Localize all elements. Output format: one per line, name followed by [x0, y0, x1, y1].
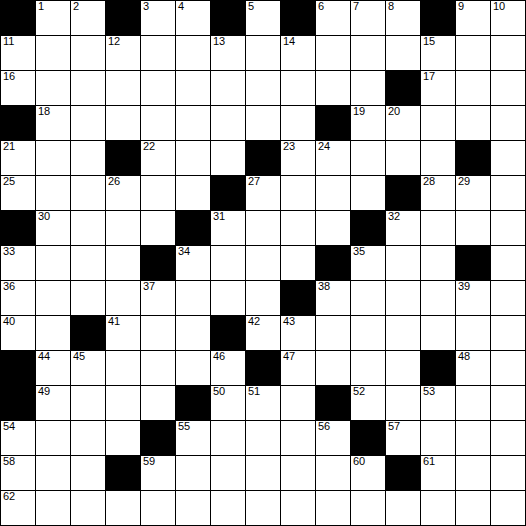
cell-r8c13[interactable]: 39	[456, 281, 490, 315]
black-square	[421, 1, 455, 35]
cell-r5c9[interactable]	[316, 176, 350, 210]
cell-r12c5[interactable]: 55	[176, 421, 210, 455]
clue-number: 31	[213, 211, 225, 223]
clue-number: 48	[458, 351, 470, 363]
cell-r14c9[interactable]	[316, 491, 350, 525]
cell-r6c13[interactable]	[456, 211, 490, 245]
cell-r2c14[interactable]	[491, 71, 525, 105]
black-square	[211, 316, 245, 350]
cell-r1c6[interactable]: 13	[211, 36, 245, 70]
cell-r14c4[interactable]	[141, 491, 175, 525]
clue-number: 46	[213, 351, 225, 363]
cell-r1c0[interactable]: 11	[1, 36, 35, 70]
cell-r11c6[interactable]: 50	[211, 386, 245, 420]
clue-number: 61	[423, 456, 435, 468]
cell-r10c8[interactable]: 47	[281, 351, 315, 385]
cell-r6c8[interactable]	[281, 211, 315, 245]
clue-number: 42	[248, 316, 260, 328]
cell-r14c13[interactable]	[456, 491, 490, 525]
cell-r4c4[interactable]: 22	[141, 141, 175, 175]
cell-r11c2[interactable]	[71, 386, 105, 420]
cell-r3c13[interactable]	[456, 106, 490, 140]
cell-r11c7[interactable]: 51	[246, 386, 280, 420]
cell-r9c14[interactable]	[491, 316, 525, 350]
cell-r1c9[interactable]	[316, 36, 350, 70]
clue-number: 5	[248, 1, 254, 13]
cell-r13c10[interactable]: 60	[351, 456, 385, 490]
cell-r2c7[interactable]	[246, 71, 280, 105]
black-square	[386, 71, 420, 105]
black-square	[71, 316, 105, 350]
cell-r10c6[interactable]: 46	[211, 351, 245, 385]
cell-r4c2[interactable]	[71, 141, 105, 175]
clue-number: 6	[318, 1, 324, 13]
black-square	[421, 351, 455, 385]
clue-number: 17	[423, 71, 435, 83]
clue-number: 50	[213, 386, 225, 398]
cell-r12c11[interactable]: 57	[386, 421, 420, 455]
clue-number: 38	[318, 281, 330, 293]
cell-r0c13[interactable]: 9	[456, 1, 490, 35]
cell-r12c12[interactable]	[421, 421, 455, 455]
cell-r14c1[interactable]	[36, 491, 70, 525]
clue-number: 24	[318, 141, 330, 153]
black-square	[246, 141, 280, 175]
cell-r14c6[interactable]	[211, 491, 245, 525]
clue-number: 12	[108, 36, 120, 48]
cell-r1c2[interactable]	[71, 36, 105, 70]
cell-r5c10[interactable]	[351, 176, 385, 210]
cell-r8c11[interactable]	[386, 281, 420, 315]
cell-r5c8[interactable]	[281, 176, 315, 210]
cell-r14c14[interactable]	[491, 491, 525, 525]
clue-number: 51	[248, 386, 260, 398]
clue-number: 8	[388, 1, 394, 13]
cell-r13c6[interactable]	[211, 456, 245, 490]
black-square	[316, 106, 350, 140]
black-square	[176, 211, 210, 245]
black-square	[176, 386, 210, 420]
cell-r5c2[interactable]	[71, 176, 105, 210]
clue-number: 21	[3, 141, 15, 153]
cell-r12c2[interactable]	[71, 421, 105, 455]
cell-r1c8[interactable]: 14	[281, 36, 315, 70]
cell-r11c14[interactable]	[491, 386, 525, 420]
cell-r13c8[interactable]	[281, 456, 315, 490]
cell-r5c3[interactable]: 26	[106, 176, 140, 210]
cell-r9c1[interactable]	[36, 316, 70, 350]
cell-r7c0[interactable]: 33	[1, 246, 35, 280]
clue-number: 27	[248, 176, 260, 188]
clue-number: 36	[3, 281, 15, 293]
clue-number: 49	[38, 386, 50, 398]
cell-r2c4[interactable]	[141, 71, 175, 105]
cell-r6c9[interactable]	[316, 211, 350, 245]
cell-r1c5[interactable]	[176, 36, 210, 70]
cell-r0c4[interactable]: 3	[141, 1, 175, 35]
cell-r13c13[interactable]	[456, 456, 490, 490]
cell-r5c7[interactable]: 27	[246, 176, 280, 210]
cell-r12c14[interactable]	[491, 421, 525, 455]
clue-number: 32	[388, 211, 400, 223]
cell-r13c12[interactable]: 61	[421, 456, 455, 490]
clue-number: 30	[38, 211, 50, 223]
clue-number: 33	[3, 246, 15, 258]
cell-r14c7[interactable]	[246, 491, 280, 525]
cell-r6c1[interactable]: 30	[36, 211, 70, 245]
cell-r1c14[interactable]	[491, 36, 525, 70]
clue-number: 41	[108, 316, 120, 328]
clue-number: 9	[458, 1, 464, 13]
clue-number: 45	[73, 351, 85, 363]
cell-r5c0[interactable]: 25	[1, 176, 35, 210]
cell-r12c7[interactable]	[246, 421, 280, 455]
cell-r3c2[interactable]	[71, 106, 105, 140]
clue-number: 1	[38, 1, 44, 13]
clue-number: 22	[143, 141, 155, 153]
cell-r4c6[interactable]	[211, 141, 245, 175]
crossword-board: 1234567891011121314151617181920212223242…	[0, 0, 526, 526]
black-square	[316, 246, 350, 280]
cell-r1c4[interactable]	[141, 36, 175, 70]
cell-r5c13[interactable]: 29	[456, 176, 490, 210]
cell-r10c4[interactable]	[141, 351, 175, 385]
cell-r2c12[interactable]: 17	[421, 71, 455, 105]
cell-r10c5[interactable]	[176, 351, 210, 385]
black-square	[141, 246, 175, 280]
cell-r11c1[interactable]: 49	[36, 386, 70, 420]
cell-r0c11[interactable]: 8	[386, 1, 420, 35]
cell-r9c0[interactable]: 40	[1, 316, 35, 350]
cell-r8c12[interactable]	[421, 281, 455, 315]
clue-number: 25	[3, 176, 15, 188]
cell-r8c2[interactable]	[71, 281, 105, 315]
cell-r14c5[interactable]	[176, 491, 210, 525]
cell-r3c14[interactable]	[491, 106, 525, 140]
black-square	[316, 386, 350, 420]
cell-r9c13[interactable]	[456, 316, 490, 350]
cell-r7c2[interactable]	[71, 246, 105, 280]
cell-r14c11[interactable]	[386, 491, 420, 525]
clue-number: 35	[353, 246, 365, 258]
cell-r9c5[interactable]	[176, 316, 210, 350]
black-square	[386, 456, 420, 490]
cell-r9c8[interactable]: 43	[281, 316, 315, 350]
cell-r7c6[interactable]	[211, 246, 245, 280]
cell-r1c13[interactable]	[456, 36, 490, 70]
cell-r7c7[interactable]	[246, 246, 280, 280]
cell-r1c10[interactable]	[351, 36, 385, 70]
black-square	[106, 456, 140, 490]
cell-r4c9[interactable]: 24	[316, 141, 350, 175]
cell-r4c1[interactable]	[36, 141, 70, 175]
cell-r2c10[interactable]	[351, 71, 385, 105]
cell-r10c11[interactable]	[386, 351, 420, 385]
cell-r2c3[interactable]	[106, 71, 140, 105]
cell-r14c8[interactable]	[281, 491, 315, 525]
clue-number: 26	[108, 176, 120, 188]
cell-r6c12[interactable]	[421, 211, 455, 245]
cell-r14c3[interactable]	[106, 491, 140, 525]
cell-r9c3[interactable]: 41	[106, 316, 140, 350]
clue-number: 10	[493, 1, 505, 13]
cell-r8c10[interactable]	[351, 281, 385, 315]
cell-r5c1[interactable]	[36, 176, 70, 210]
cell-r6c4[interactable]	[141, 211, 175, 245]
cell-r13c9[interactable]	[316, 456, 350, 490]
cell-r10c13[interactable]: 48	[456, 351, 490, 385]
cell-r0c7[interactable]: 5	[246, 1, 280, 35]
clue-number: 47	[283, 351, 295, 363]
black-square	[1, 211, 35, 245]
cell-r7c11[interactable]	[386, 246, 420, 280]
cell-r7c10[interactable]: 35	[351, 246, 385, 280]
clue-number: 53	[423, 386, 435, 398]
cell-r12c1[interactable]	[36, 421, 70, 455]
clue-number: 52	[353, 386, 365, 398]
cell-r3c12[interactable]	[421, 106, 455, 140]
cell-r8c14[interactable]	[491, 281, 525, 315]
black-square	[141, 421, 175, 455]
clue-number: 40	[3, 316, 15, 328]
cell-r7c14[interactable]	[491, 246, 525, 280]
cell-r7c12[interactable]	[421, 246, 455, 280]
cell-r2c8[interactable]	[281, 71, 315, 105]
cell-r2c6[interactable]	[211, 71, 245, 105]
cell-r8c0[interactable]: 36	[1, 281, 35, 315]
black-square	[1, 386, 35, 420]
cell-r8c5[interactable]	[176, 281, 210, 315]
cell-r8c4[interactable]: 37	[141, 281, 175, 315]
cell-r3c8[interactable]	[281, 106, 315, 140]
cell-r13c2[interactable]	[71, 456, 105, 490]
black-square	[106, 141, 140, 175]
cell-r1c12[interactable]: 15	[421, 36, 455, 70]
cell-r3c11[interactable]: 20	[386, 106, 420, 140]
cell-r4c0[interactable]: 21	[1, 141, 35, 175]
cell-r8c1[interactable]	[36, 281, 70, 315]
clue-number: 37	[143, 281, 155, 293]
cell-r2c9[interactable]	[316, 71, 350, 105]
cell-r0c14[interactable]: 10	[491, 1, 525, 35]
cell-r3c10[interactable]: 19	[351, 106, 385, 140]
cell-r10c14[interactable]	[491, 351, 525, 385]
cell-r5c4[interactable]	[141, 176, 175, 210]
clue-number: 56	[318, 421, 330, 433]
cell-r10c1[interactable]: 44	[36, 351, 70, 385]
black-square	[386, 176, 420, 210]
clue-number: 60	[353, 456, 365, 468]
cell-r8c3[interactable]	[106, 281, 140, 315]
cell-r12c3[interactable]	[106, 421, 140, 455]
cell-r10c2[interactable]: 45	[71, 351, 105, 385]
black-square	[106, 1, 140, 35]
cell-r3c6[interactable]	[211, 106, 245, 140]
cell-r2c1[interactable]	[36, 71, 70, 105]
cell-r10c9[interactable]	[316, 351, 350, 385]
cell-r6c6[interactable]: 31	[211, 211, 245, 245]
clue-number: 43	[283, 316, 295, 328]
cell-r10c10[interactable]	[351, 351, 385, 385]
black-square	[246, 351, 280, 385]
black-square	[351, 421, 385, 455]
cell-r12c13[interactable]	[456, 421, 490, 455]
clue-number: 16	[3, 71, 15, 83]
cell-r11c12[interactable]: 53	[421, 386, 455, 420]
cell-r14c0[interactable]: 62	[1, 491, 35, 525]
black-square	[281, 281, 315, 315]
cell-r1c3[interactable]: 12	[106, 36, 140, 70]
clue-number: 28	[423, 176, 435, 188]
cell-r3c1[interactable]: 18	[36, 106, 70, 140]
black-square	[1, 351, 35, 385]
cell-r1c11[interactable]	[386, 36, 420, 70]
cell-r13c0[interactable]: 58	[1, 456, 35, 490]
cell-r5c12[interactable]: 28	[421, 176, 455, 210]
clue-number: 57	[388, 421, 400, 433]
black-square	[281, 1, 315, 35]
black-square	[351, 211, 385, 245]
black-square	[211, 176, 245, 210]
cell-r9c12[interactable]	[421, 316, 455, 350]
cell-r0c10[interactable]: 7	[351, 1, 385, 35]
black-square	[1, 106, 35, 140]
cell-r12c0[interactable]: 54	[1, 421, 35, 455]
cell-r6c2[interactable]	[71, 211, 105, 245]
cell-r3c5[interactable]	[176, 106, 210, 140]
cell-r4c12[interactable]	[421, 141, 455, 175]
cell-r2c2[interactable]	[71, 71, 105, 105]
cell-r13c5[interactable]	[176, 456, 210, 490]
cell-r11c3[interactable]	[106, 386, 140, 420]
clue-number: 44	[38, 351, 50, 363]
cell-r4c8[interactable]: 23	[281, 141, 315, 175]
black-square	[1, 1, 35, 35]
clue-number: 3	[143, 1, 149, 13]
cell-r11c10[interactable]: 52	[351, 386, 385, 420]
cell-r13c7[interactable]	[246, 456, 280, 490]
cell-r3c4[interactable]	[141, 106, 175, 140]
cell-r0c1[interactable]: 1	[36, 1, 70, 35]
cell-r4c11[interactable]	[386, 141, 420, 175]
cell-r4c5[interactable]	[176, 141, 210, 175]
cell-r4c14[interactable]	[491, 141, 525, 175]
clue-number: 34	[178, 246, 190, 258]
clue-number: 58	[3, 456, 15, 468]
clue-number: 23	[283, 141, 295, 153]
clue-number: 2	[73, 1, 79, 13]
clue-number: 14	[283, 36, 295, 48]
cell-r13c4[interactable]: 59	[141, 456, 175, 490]
cell-r8c6[interactable]	[211, 281, 245, 315]
clue-number: 4	[178, 1, 184, 13]
cell-r12c9[interactable]: 56	[316, 421, 350, 455]
clue-number: 11	[3, 36, 14, 48]
clue-number: 62	[3, 491, 15, 503]
cell-r0c2[interactable]: 2	[71, 1, 105, 35]
cell-r4c10[interactable]	[351, 141, 385, 175]
cell-r13c1[interactable]	[36, 456, 70, 490]
cell-r0c5[interactable]: 4	[176, 1, 210, 35]
clue-number: 15	[423, 36, 435, 48]
cell-r9c9[interactable]	[316, 316, 350, 350]
cell-r1c7[interactable]	[246, 36, 280, 70]
cell-r13c14[interactable]	[491, 456, 525, 490]
clue-number: 55	[178, 421, 190, 433]
cell-r8c7[interactable]	[246, 281, 280, 315]
cell-r10c3[interactable]	[106, 351, 140, 385]
black-square	[456, 141, 490, 175]
cell-r2c13[interactable]	[456, 71, 490, 105]
cell-r7c8[interactable]	[281, 246, 315, 280]
clue-number: 18	[38, 106, 50, 118]
black-square	[456, 246, 490, 280]
cell-r12c6[interactable]	[211, 421, 245, 455]
cell-r11c4[interactable]	[141, 386, 175, 420]
cell-r9c7[interactable]: 42	[246, 316, 280, 350]
cell-r5c14[interactable]	[491, 176, 525, 210]
cell-r12c8[interactable]	[281, 421, 315, 455]
clue-number: 20	[388, 106, 400, 118]
cell-r0c9[interactable]: 6	[316, 1, 350, 35]
cell-r6c7[interactable]	[246, 211, 280, 245]
cell-r2c0[interactable]: 16	[1, 71, 35, 105]
cell-r2c5[interactable]	[176, 71, 210, 105]
clue-number: 59	[143, 456, 155, 468]
cell-r3c7[interactable]	[246, 106, 280, 140]
clue-number: 54	[3, 421, 15, 433]
cell-r14c10[interactable]	[351, 491, 385, 525]
cell-r11c13[interactable]	[456, 386, 490, 420]
clue-number: 29	[458, 176, 470, 188]
cell-r3c3[interactable]	[106, 106, 140, 140]
cell-r7c5[interactable]: 34	[176, 246, 210, 280]
cell-r11c11[interactable]	[386, 386, 420, 420]
clue-number: 13	[213, 36, 225, 48]
black-square	[211, 1, 245, 35]
cell-r11c8[interactable]	[281, 386, 315, 420]
clue-number: 39	[458, 281, 470, 293]
cell-r14c2[interactable]	[71, 491, 105, 525]
cell-r6c3[interactable]	[106, 211, 140, 245]
cell-r9c4[interactable]	[141, 316, 175, 350]
cell-r6c14[interactable]	[491, 211, 525, 245]
cell-r7c1[interactable]	[36, 246, 70, 280]
clue-number: 19	[353, 106, 365, 118]
cell-r6c11[interactable]: 32	[386, 211, 420, 245]
cell-r7c3[interactable]	[106, 246, 140, 280]
cell-r8c9[interactable]: 38	[316, 281, 350, 315]
cell-r14c12[interactable]	[421, 491, 455, 525]
cell-r5c5[interactable]	[176, 176, 210, 210]
cell-r1c1[interactable]	[36, 36, 70, 70]
clue-number: 7	[353, 1, 359, 13]
cell-r9c11[interactable]	[386, 316, 420, 350]
cell-r9c10[interactable]	[351, 316, 385, 350]
